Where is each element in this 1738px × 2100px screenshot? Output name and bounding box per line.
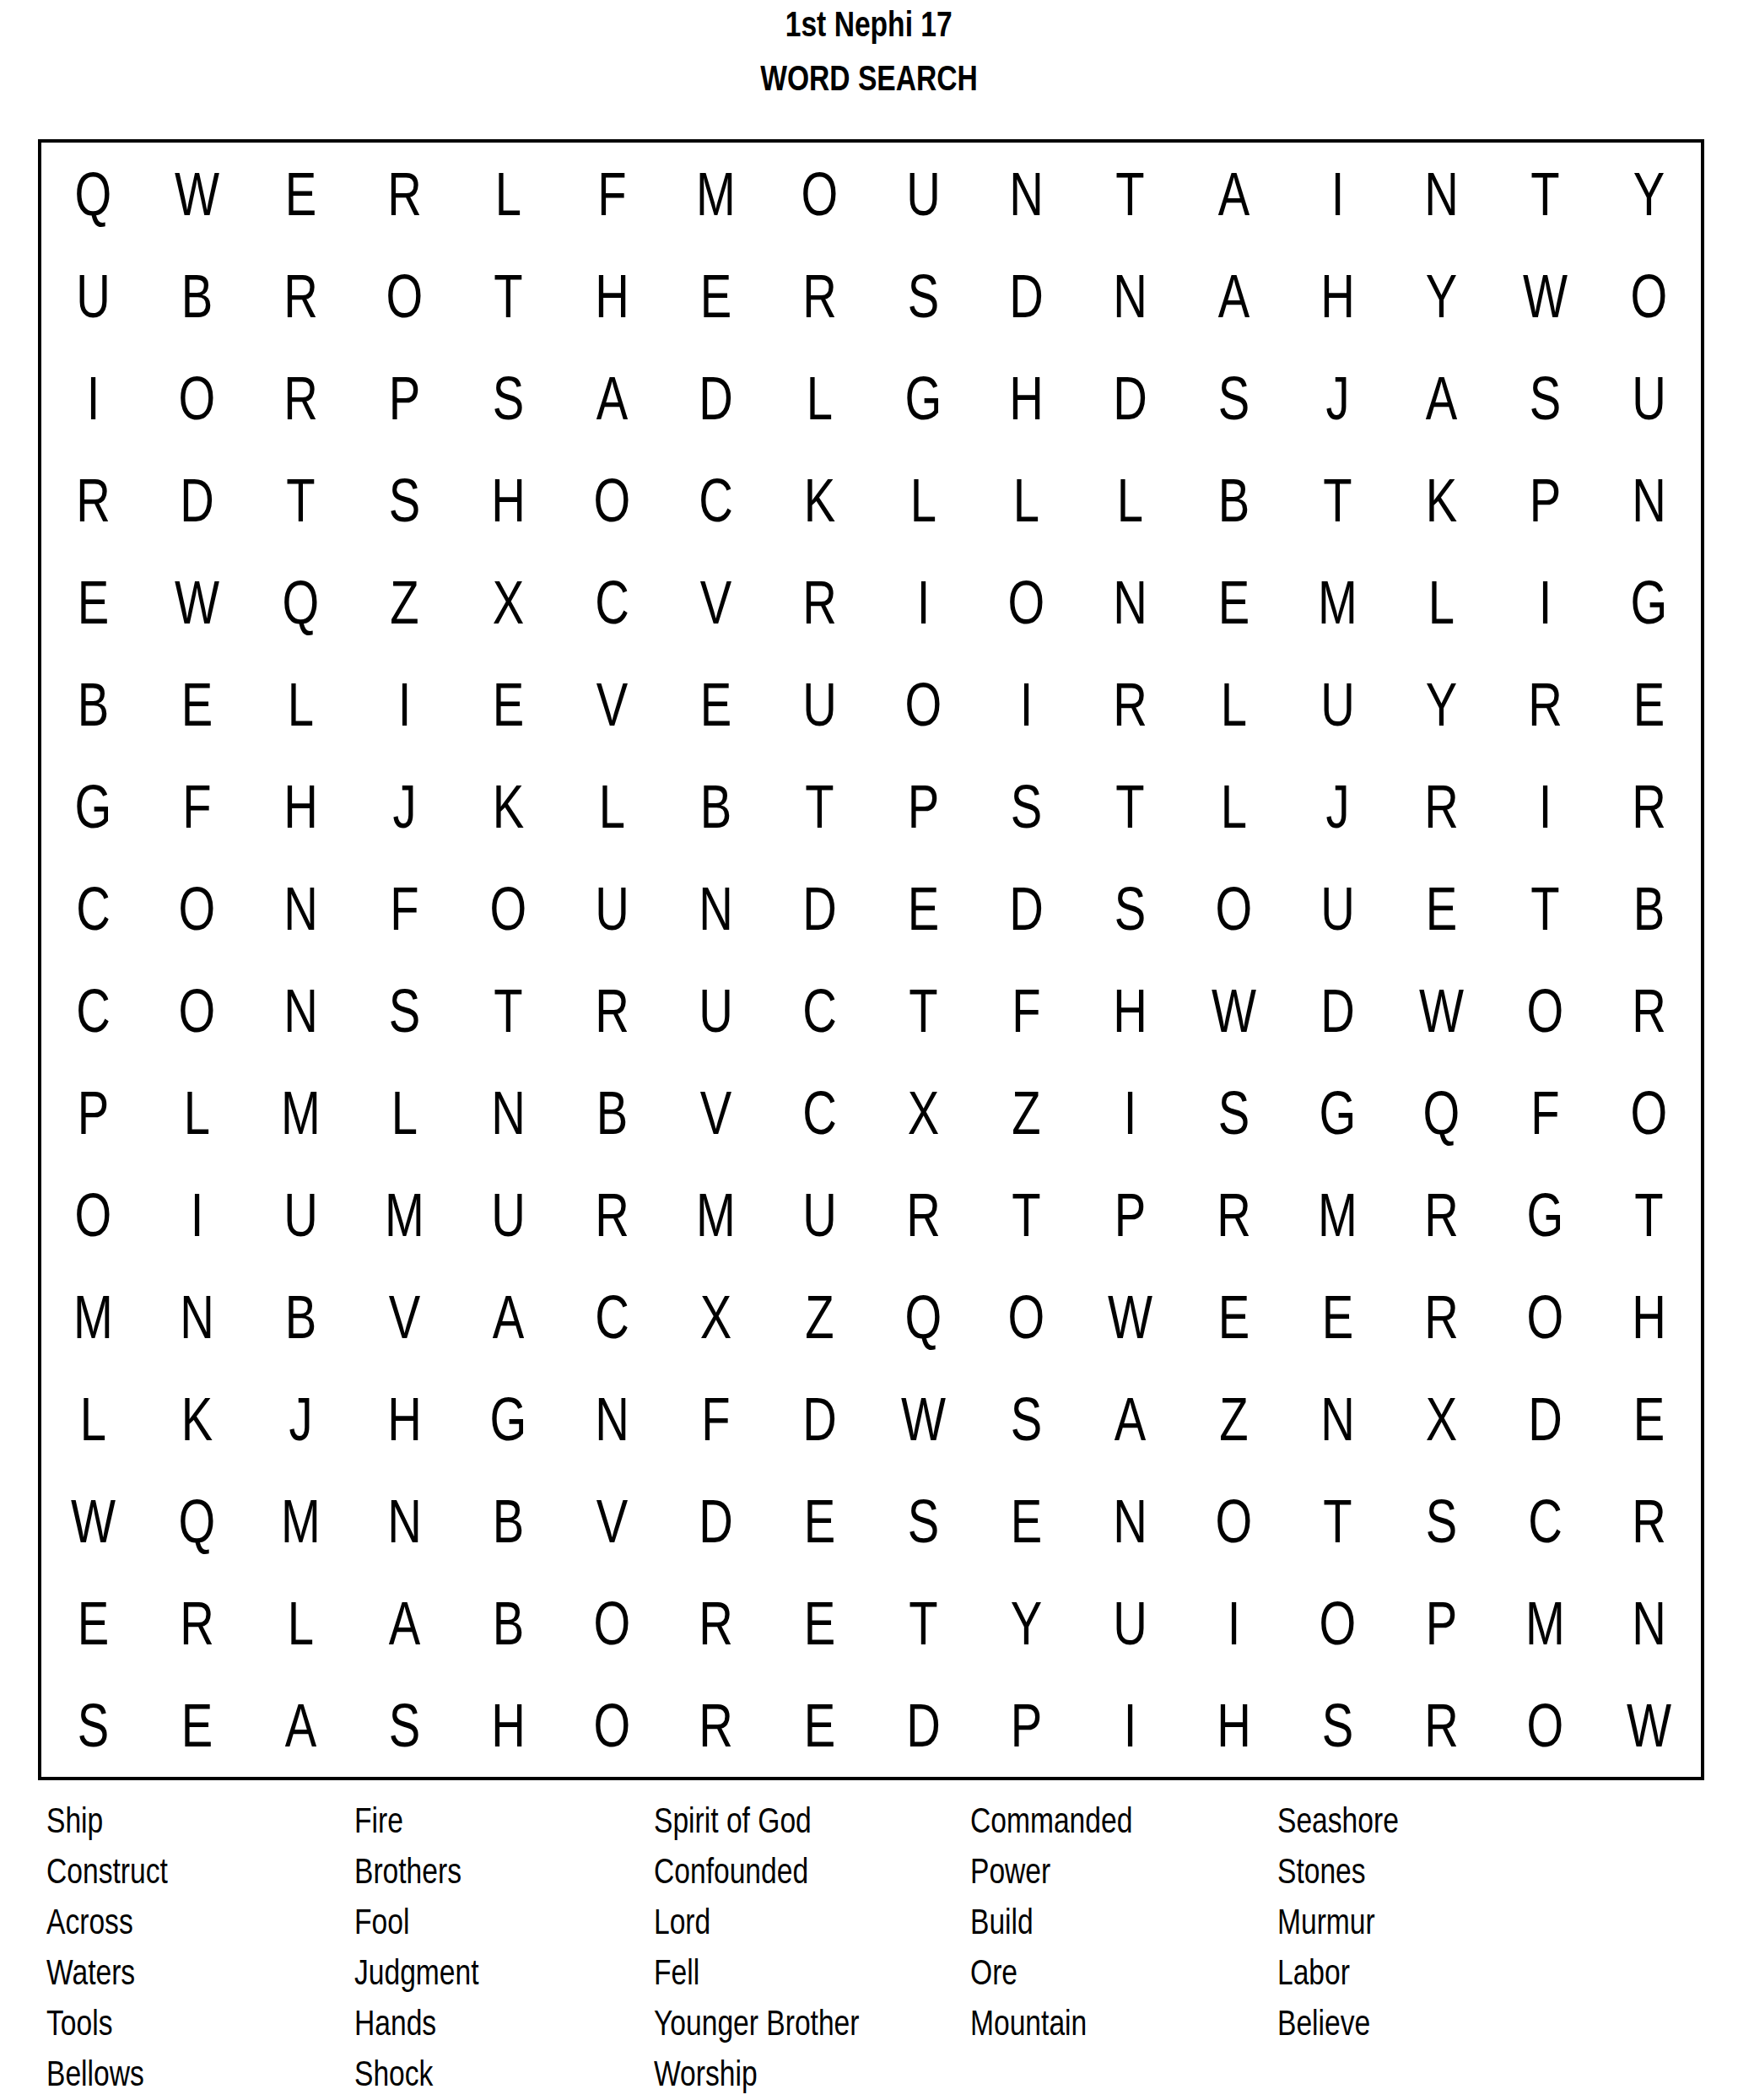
grid-cell-r2c13[interactable]: H bbox=[1298, 245, 1379, 347]
grid-cell-r5c2[interactable]: W bbox=[156, 551, 237, 653]
grid-cell-r16c2[interactable]: E bbox=[156, 1675, 237, 1777]
grid-cell-r12c7[interactable]: X bbox=[675, 1266, 756, 1369]
grid-cell-r5c9[interactable]: I bbox=[882, 551, 963, 653]
grid-cell-r2c6[interactable]: H bbox=[571, 245, 652, 347]
grid-cell-r14c8[interactable]: E bbox=[779, 1471, 860, 1573]
grid-cell-r2c10[interactable]: D bbox=[986, 245, 1067, 347]
grid-cell-r1c8[interactable]: O bbox=[779, 143, 860, 245]
grid-cell-r13c4[interactable]: H bbox=[364, 1369, 445, 1471]
grid-cell-r13c16[interactable]: E bbox=[1609, 1369, 1690, 1471]
grid-cell-r12c4[interactable]: V bbox=[364, 1266, 445, 1369]
grid-cell-r6c7[interactable]: E bbox=[675, 653, 756, 755]
grid-cell-r7c7[interactable]: B bbox=[675, 755, 756, 857]
grid-cell-r3c6[interactable]: A bbox=[571, 347, 652, 449]
grid-cell-r12c15[interactable]: O bbox=[1505, 1266, 1586, 1369]
grid-cell-r13c13[interactable]: N bbox=[1298, 1369, 1379, 1471]
grid-cell-r2c8[interactable]: R bbox=[779, 245, 860, 347]
grid-cell-r4c14[interactable]: K bbox=[1401, 449, 1482, 551]
grid-cell-r9c5[interactable]: T bbox=[467, 960, 548, 1062]
grid-cell-r6c11[interactable]: R bbox=[1090, 653, 1171, 755]
grid-cell-r14c15[interactable]: C bbox=[1505, 1471, 1586, 1573]
word-item: Power bbox=[970, 1846, 1216, 1897]
grid-cell-r7c15[interactable]: I bbox=[1505, 755, 1586, 857]
grid-cell-r15c15[interactable]: M bbox=[1505, 1573, 1586, 1675]
grid-cell-r10c7[interactable]: V bbox=[675, 1062, 756, 1164]
grid-cell-r1c10[interactable]: N bbox=[986, 143, 1067, 245]
grid-cell-r11c2[interactable]: I bbox=[156, 1164, 237, 1266]
grid-cell-r9c15[interactable]: O bbox=[1505, 960, 1586, 1062]
grid-cell-r5c6[interactable]: C bbox=[571, 551, 652, 653]
grid-cell-r14c1[interactable]: W bbox=[53, 1471, 134, 1573]
word-item: Tools bbox=[46, 1998, 293, 2049]
grid-cell-r8c14[interactable]: E bbox=[1401, 857, 1482, 959]
grid-cell-r13c15[interactable]: D bbox=[1505, 1369, 1586, 1471]
grid-cell-r16c7[interactable]: R bbox=[675, 1675, 756, 1777]
word-item: Across bbox=[46, 1897, 293, 1947]
grid-cell-r6c3[interactable]: L bbox=[260, 653, 341, 755]
grid-cell-r16c8[interactable]: E bbox=[779, 1675, 860, 1777]
grid-cell-r3c9[interactable]: G bbox=[882, 347, 963, 449]
grid-cell-r4c5[interactable]: H bbox=[467, 449, 548, 551]
grid-cell-r3c15[interactable]: S bbox=[1505, 347, 1586, 449]
grid-cell-r6c4[interactable]: I bbox=[364, 653, 445, 755]
grid-cell-r3c7[interactable]: D bbox=[675, 347, 756, 449]
word-item: Younger Brother bbox=[654, 1998, 907, 2049]
grid-cell-r6c2[interactable]: E bbox=[156, 653, 237, 755]
grid-cell-r15c16[interactable]: N bbox=[1609, 1573, 1690, 1675]
grid-cell-r7c12[interactable]: L bbox=[1194, 755, 1275, 857]
grid-cell-r1c5[interactable]: L bbox=[467, 143, 548, 245]
grid-cell-r14c12[interactable]: O bbox=[1194, 1471, 1275, 1573]
grid-cell-r16c15[interactable]: O bbox=[1505, 1675, 1586, 1777]
grid-cell-r14c4[interactable]: N bbox=[364, 1471, 445, 1573]
word-list: ShipConstructAcrossWatersToolsBellowsFir… bbox=[0, 1795, 1738, 2099]
grid-cell-r5c15[interactable]: I bbox=[1505, 551, 1586, 653]
grid-cell-r10c9[interactable]: X bbox=[882, 1062, 963, 1164]
grid-cell-r11c9[interactable]: R bbox=[882, 1164, 963, 1266]
grid-cell-r10c16[interactable]: O bbox=[1609, 1062, 1690, 1164]
grid-cell-r2c4[interactable]: O bbox=[364, 245, 445, 347]
grid-cell-r7c1[interactable]: G bbox=[53, 755, 134, 857]
grid-cell-r5c12[interactable]: E bbox=[1194, 551, 1275, 653]
grid-cell-r14c14[interactable]: S bbox=[1401, 1471, 1482, 1573]
grid-cell-r2c3[interactable]: R bbox=[260, 245, 341, 347]
grid-cell-r2c15[interactable]: W bbox=[1505, 245, 1586, 347]
grid-cell-r1c6[interactable]: F bbox=[571, 143, 652, 245]
grid-cell-r8c13[interactable]: U bbox=[1298, 857, 1379, 959]
grid-cell-r1c3[interactable]: E bbox=[260, 143, 341, 245]
grid-cell-r4c10[interactable]: L bbox=[986, 449, 1067, 551]
grid-cell-r6c5[interactable]: E bbox=[467, 653, 548, 755]
grid-cell-r3c4[interactable]: P bbox=[364, 347, 445, 449]
grid-cell-r3c2[interactable]: O bbox=[156, 347, 237, 449]
word-item: Build bbox=[970, 1897, 1216, 1947]
grid-cell-r11c11[interactable]: P bbox=[1090, 1164, 1171, 1266]
grid-cell-r13c5[interactable]: G bbox=[467, 1369, 548, 1471]
grid-cell-r8c11[interactable]: S bbox=[1090, 857, 1171, 959]
grid-cell-r11c15[interactable]: G bbox=[1505, 1164, 1586, 1266]
word-item: Lord bbox=[654, 1897, 907, 1947]
grid-cell-r13c3[interactable]: J bbox=[260, 1369, 341, 1471]
grid-cell-r8c16[interactable]: B bbox=[1609, 857, 1690, 959]
grid-cell-r16c4[interactable]: S bbox=[364, 1675, 445, 1777]
grid-cell-r12c1[interactable]: M bbox=[53, 1266, 134, 1369]
grid-cell-r1c13[interactable]: I bbox=[1298, 143, 1379, 245]
grid-cell-r7c16[interactable]: R bbox=[1609, 755, 1690, 857]
grid-cell-r6c14[interactable]: Y bbox=[1401, 653, 1482, 755]
grid-cell-r10c6[interactable]: B bbox=[571, 1062, 652, 1164]
grid-cell-r15c5[interactable]: B bbox=[467, 1573, 548, 1675]
grid-cell-r11c12[interactable]: R bbox=[1194, 1164, 1275, 1266]
word-search-page: { "game": "word-search", "header": { "ti… bbox=[0, 0, 1738, 2100]
grid-cell-r8c3[interactable]: N bbox=[260, 857, 341, 959]
word-item: Shock bbox=[354, 2049, 594, 2099]
grid-cell-r15c10[interactable]: Y bbox=[986, 1573, 1067, 1675]
word-item: Seashore bbox=[1277, 1795, 1646, 1846]
grid-cell-r5c13[interactable]: M bbox=[1298, 551, 1379, 653]
grid-cell-r3c1[interactable]: I bbox=[53, 347, 134, 449]
grid-cell-r16c12[interactable]: H bbox=[1194, 1675, 1275, 1777]
grid-cell-r4c8[interactable]: K bbox=[779, 449, 860, 551]
grid-cell-r10c11[interactable]: I bbox=[1090, 1062, 1171, 1164]
grid-cell-r9c1[interactable]: C bbox=[53, 960, 134, 1062]
grid-cell-r8c9[interactable]: E bbox=[882, 857, 963, 959]
grid-cell-r13c9[interactable]: W bbox=[882, 1369, 963, 1471]
word-item: Construct bbox=[46, 1846, 293, 1897]
grid-cell-r11c10[interactable]: T bbox=[986, 1164, 1067, 1266]
grid-cell-r9c12[interactable]: W bbox=[1194, 960, 1275, 1062]
grid-cell-r12c14[interactable]: R bbox=[1401, 1266, 1482, 1369]
grid-cell-r10c4[interactable]: L bbox=[364, 1062, 445, 1164]
grid-cell-r7c4[interactable]: J bbox=[364, 755, 445, 857]
grid-cell-r4c16[interactable]: N bbox=[1609, 449, 1690, 551]
grid-cell-r15c2[interactable]: R bbox=[156, 1573, 237, 1675]
grid-cell-r15c4[interactable]: A bbox=[364, 1573, 445, 1675]
grid-cell-r6c13[interactable]: U bbox=[1298, 653, 1379, 755]
word-item: Fool bbox=[354, 1897, 594, 1947]
grid-cell-r11c16[interactable]: T bbox=[1609, 1164, 1690, 1266]
grid-cell-r15c12[interactable]: I bbox=[1194, 1573, 1275, 1675]
grid-cell-r10c8[interactable]: C bbox=[779, 1062, 860, 1164]
grid-cell-r11c1[interactable]: O bbox=[53, 1164, 134, 1266]
grid-cell-r6c12[interactable]: L bbox=[1194, 653, 1275, 755]
grid-cell-r9c9[interactable]: T bbox=[882, 960, 963, 1062]
grid-cell-r5c3[interactable]: Q bbox=[260, 551, 341, 653]
grid-cell-r7c3[interactable]: H bbox=[260, 755, 341, 857]
grid-cell-r12c2[interactable]: N bbox=[156, 1266, 237, 1369]
grid-cell-r3c11[interactable]: D bbox=[1090, 347, 1171, 449]
grid-cell-r13c1[interactable]: L bbox=[53, 1369, 134, 1471]
grid-cell-r9c11[interactable]: H bbox=[1090, 960, 1171, 1062]
grid-cell-r4c3[interactable]: T bbox=[260, 449, 341, 551]
grid-cell-r9c4[interactable]: S bbox=[364, 960, 445, 1062]
grid-cell-r3c3[interactable]: R bbox=[260, 347, 341, 449]
grid-cell-r14c6[interactable]: V bbox=[571, 1471, 652, 1573]
grid-cell-r3c10[interactable]: H bbox=[986, 347, 1067, 449]
word-item: Believe bbox=[1277, 1998, 1646, 2049]
grid-cell-r8c6[interactable]: U bbox=[571, 857, 652, 959]
grid-cell-r2c1[interactable]: U bbox=[53, 245, 134, 347]
grid-cell-r3c5[interactable]: S bbox=[467, 347, 548, 449]
grid-cell-r4c12[interactable]: B bbox=[1194, 449, 1275, 551]
grid-cell-r11c14[interactable]: R bbox=[1401, 1164, 1482, 1266]
grid-cell-r4c6[interactable]: O bbox=[571, 449, 652, 551]
grid-cell-r15c1[interactable]: E bbox=[53, 1573, 134, 1675]
grid-cell-r16c16[interactable]: W bbox=[1609, 1675, 1690, 1777]
grid-cell-r16c5[interactable]: H bbox=[467, 1675, 548, 1777]
grid-cell-r11c7[interactable]: M bbox=[675, 1164, 756, 1266]
word-list-column-4: CommandedPowerBuildOreMountain bbox=[970, 1795, 1277, 2099]
grid-cell-r8c7[interactable]: N bbox=[675, 857, 756, 959]
grid-cell-r9c3[interactable]: N bbox=[260, 960, 341, 1062]
grid-cell-r13c12[interactable]: Z bbox=[1194, 1369, 1275, 1471]
grid-cell-r2c9[interactable]: S bbox=[882, 245, 963, 347]
grid-cell-r10c10[interactable]: Z bbox=[986, 1062, 1067, 1164]
grid-cell-r12c6[interactable]: C bbox=[571, 1266, 652, 1369]
word-list-column-5: SeashoreStonesMurmurLaborBelieve bbox=[1277, 1795, 1738, 2099]
grid-cell-r1c14[interactable]: N bbox=[1401, 143, 1482, 245]
grid-cell-r16c9[interactable]: D bbox=[882, 1675, 963, 1777]
grid-cell-r9c13[interactable]: D bbox=[1298, 960, 1379, 1062]
grid-cell-r13c6[interactable]: N bbox=[571, 1369, 652, 1471]
word-item: Fell bbox=[654, 1947, 907, 1998]
page-title-text: 1st Nephi 17 bbox=[785, 5, 953, 44]
grid-cell-r7c6[interactable]: L bbox=[571, 755, 652, 857]
puzzle-grid-frame: QWERLFMOUNTAINTYUBROTHERSDNAHYWOIORPSADL… bbox=[38, 139, 1704, 1780]
word-list-column-1: ShipConstructAcrossWatersToolsBellows bbox=[46, 1795, 354, 2099]
grid-cell-r13c11[interactable]: A bbox=[1090, 1369, 1171, 1471]
grid-cell-r13c7[interactable]: F bbox=[675, 1369, 756, 1471]
grid-cell-r6c16[interactable]: E bbox=[1609, 653, 1690, 755]
grid-cell-r16c13[interactable]: S bbox=[1298, 1675, 1379, 1777]
grid-cell-r8c1[interactable]: C bbox=[53, 857, 134, 959]
grid-cell-r1c11[interactable]: T bbox=[1090, 143, 1171, 245]
grid-cell-r1c4[interactable]: R bbox=[364, 143, 445, 245]
grid-cell-r7c9[interactable]: P bbox=[882, 755, 963, 857]
page-title: 1st Nephi 17 bbox=[0, 5, 1738, 44]
grid-cell-r15c8[interactable]: E bbox=[779, 1573, 860, 1675]
grid-cell-r2c2[interactable]: B bbox=[156, 245, 237, 347]
grid-cell-r6c10[interactable]: I bbox=[986, 653, 1067, 755]
grid-cell-r1c16[interactable]: Y bbox=[1609, 143, 1690, 245]
page-subtitle: WORD SEARCH bbox=[0, 59, 1738, 98]
grid-cell-r12c8[interactable]: Z bbox=[779, 1266, 860, 1369]
grid-cell-r12c11[interactable]: W bbox=[1090, 1266, 1171, 1369]
grid-cell-r3c14[interactable]: A bbox=[1401, 347, 1482, 449]
grid-cell-r10c5[interactable]: N bbox=[467, 1062, 548, 1164]
grid-cell-r15c14[interactable]: P bbox=[1401, 1573, 1482, 1675]
word-list-column-3: Spirit of GodConfoundedLordFellYounger B… bbox=[654, 1795, 970, 2099]
grid-cell-r15c3[interactable]: L bbox=[260, 1573, 341, 1675]
grid-cell-r13c8[interactable]: D bbox=[779, 1369, 860, 1471]
grid-cell-r1c9[interactable]: U bbox=[882, 143, 963, 245]
grid-cell-r11c8[interactable]: U bbox=[779, 1164, 860, 1266]
grid-cell-r6c1[interactable]: B bbox=[53, 653, 134, 755]
grid-cell-r8c2[interactable]: O bbox=[156, 857, 237, 959]
grid-cell-r5c5[interactable]: X bbox=[467, 551, 548, 653]
grid-cell-r5c1[interactable]: E bbox=[53, 551, 134, 653]
grid-cell-r5c4[interactable]: Z bbox=[364, 551, 445, 653]
grid-cell-r16c6[interactable]: O bbox=[571, 1675, 652, 1777]
grid-cell-r12c5[interactable]: A bbox=[467, 1266, 548, 1369]
grid-cell-r13c2[interactable]: K bbox=[156, 1369, 237, 1471]
grid-cell-r13c14[interactable]: X bbox=[1401, 1369, 1482, 1471]
word-item: Brothers bbox=[354, 1846, 594, 1897]
grid-cell-r6c9[interactable]: O bbox=[882, 653, 963, 755]
word-item: Bellows bbox=[46, 2049, 293, 2099]
grid-cell-r6c8[interactable]: U bbox=[779, 653, 860, 755]
grid-cell-r7c10[interactable]: S bbox=[986, 755, 1067, 857]
grid-cell-r11c4[interactable]: M bbox=[364, 1164, 445, 1266]
grid-cell-r3c8[interactable]: L bbox=[779, 347, 860, 449]
word-item: Stones bbox=[1277, 1846, 1646, 1897]
grid-cell-r14c7[interactable]: D bbox=[675, 1471, 756, 1573]
grid-cell-r2c7[interactable]: E bbox=[675, 245, 756, 347]
grid-cell-r1c7[interactable]: M bbox=[675, 143, 756, 245]
grid-cell-r9c7[interactable]: U bbox=[675, 960, 756, 1062]
grid-cell-r11c3[interactable]: U bbox=[260, 1164, 341, 1266]
word-item: Spirit of God bbox=[654, 1795, 907, 1846]
grid-cell-r16c3[interactable]: A bbox=[260, 1675, 341, 1777]
letter-grid: QWERLFMOUNTAINTYUBROTHERSDNAHYWOIORPSADL… bbox=[41, 143, 1701, 1777]
grid-cell-r4c4[interactable]: S bbox=[364, 449, 445, 551]
word-item: Ship bbox=[46, 1795, 293, 1846]
word-item: Worship bbox=[654, 2049, 907, 2099]
grid-cell-r12c13[interactable]: E bbox=[1298, 1266, 1379, 1369]
grid-cell-r5c11[interactable]: N bbox=[1090, 551, 1171, 653]
grid-cell-r5c7[interactable]: V bbox=[675, 551, 756, 653]
grid-cell-r14c3[interactable]: M bbox=[260, 1471, 341, 1573]
word-list-column-2: FireBrothersFoolJudgmentHandsShock bbox=[354, 1795, 654, 2099]
grid-cell-r4c15[interactable]: P bbox=[1505, 449, 1586, 551]
word-item: Labor bbox=[1277, 1947, 1646, 1998]
word-item: Judgment bbox=[354, 1947, 594, 1998]
grid-cell-r10c13[interactable]: G bbox=[1298, 1062, 1379, 1164]
grid-cell-r15c9[interactable]: T bbox=[882, 1573, 963, 1675]
grid-cell-r10c12[interactable]: S bbox=[1194, 1062, 1275, 1164]
grid-cell-r4c9[interactable]: L bbox=[882, 449, 963, 551]
grid-cell-r16c10[interactable]: P bbox=[986, 1675, 1067, 1777]
grid-cell-r5c16[interactable]: G bbox=[1609, 551, 1690, 653]
grid-cell-r1c12[interactable]: A bbox=[1194, 143, 1275, 245]
grid-cell-r8c5[interactable]: O bbox=[467, 857, 548, 959]
grid-cell-r2c5[interactable]: T bbox=[467, 245, 548, 347]
word-item: Ore bbox=[970, 1947, 1216, 1998]
grid-cell-r10c2[interactable]: L bbox=[156, 1062, 237, 1164]
grid-cell-r12c12[interactable]: E bbox=[1194, 1266, 1275, 1369]
grid-cell-r9c6[interactable]: R bbox=[571, 960, 652, 1062]
grid-cell-r10c14[interactable]: Q bbox=[1401, 1062, 1482, 1164]
word-item: Mountain bbox=[970, 1998, 1216, 2049]
grid-cell-r12c16[interactable]: H bbox=[1609, 1266, 1690, 1369]
word-item: Waters bbox=[46, 1947, 293, 1998]
grid-cell-r12c3[interactable]: B bbox=[260, 1266, 341, 1369]
grid-cell-r9c10[interactable]: F bbox=[986, 960, 1067, 1062]
grid-cell-r9c2[interactable]: O bbox=[156, 960, 237, 1062]
word-item: Fire bbox=[354, 1795, 594, 1846]
grid-cell-r4c11[interactable]: L bbox=[1090, 449, 1171, 551]
grid-cell-r4c2[interactable]: D bbox=[156, 449, 237, 551]
grid-cell-r8c15[interactable]: T bbox=[1505, 857, 1586, 959]
grid-cell-r8c12[interactable]: O bbox=[1194, 857, 1275, 959]
grid-cell-r10c1[interactable]: P bbox=[53, 1062, 134, 1164]
word-item: Confounded bbox=[654, 1846, 907, 1897]
grid-cell-r7c11[interactable]: T bbox=[1090, 755, 1171, 857]
grid-cell-r12c9[interactable]: Q bbox=[882, 1266, 963, 1369]
grid-cell-r4c1[interactable]: R bbox=[53, 449, 134, 551]
grid-cell-r5c8[interactable]: R bbox=[779, 551, 860, 653]
grid-cell-r14c5[interactable]: B bbox=[467, 1471, 548, 1573]
grid-cell-r6c6[interactable]: V bbox=[571, 653, 652, 755]
grid-cell-r14c13[interactable]: T bbox=[1298, 1471, 1379, 1573]
grid-cell-r5c14[interactable]: L bbox=[1401, 551, 1482, 653]
grid-cell-r6c15[interactable]: R bbox=[1505, 653, 1586, 755]
grid-cell-r12c10[interactable]: O bbox=[986, 1266, 1067, 1369]
word-item: Hands bbox=[354, 1998, 594, 2049]
grid-cell-r16c1[interactable]: S bbox=[53, 1675, 134, 1777]
grid-cell-r11c5[interactable]: U bbox=[467, 1164, 548, 1266]
grid-cell-r15c13[interactable]: O bbox=[1298, 1573, 1379, 1675]
grid-cell-r7c2[interactable]: F bbox=[156, 755, 237, 857]
grid-cell-r1c1[interactable]: Q bbox=[53, 143, 134, 245]
word-item: Murmur bbox=[1277, 1897, 1646, 1947]
grid-cell-r2c16[interactable]: O bbox=[1609, 245, 1690, 347]
grid-cell-r16c14[interactable]: R bbox=[1401, 1675, 1482, 1777]
grid-cell-r14c10[interactable]: E bbox=[986, 1471, 1067, 1573]
grid-cell-r15c11[interactable]: U bbox=[1090, 1573, 1171, 1675]
grid-cell-r4c7[interactable]: C bbox=[675, 449, 756, 551]
word-item: Commanded bbox=[970, 1795, 1216, 1846]
grid-cell-r15c7[interactable]: R bbox=[675, 1573, 756, 1675]
grid-cell-r14c2[interactable]: Q bbox=[156, 1471, 237, 1573]
grid-cell-r14c16[interactable]: R bbox=[1609, 1471, 1690, 1573]
grid-cell-r10c15[interactable]: F bbox=[1505, 1062, 1586, 1164]
grid-cell-r1c2[interactable]: W bbox=[156, 143, 237, 245]
grid-cell-r4c13[interactable]: T bbox=[1298, 449, 1379, 551]
grid-cell-r7c14[interactable]: R bbox=[1401, 755, 1482, 857]
grid-cell-r11c6[interactable]: R bbox=[571, 1164, 652, 1266]
grid-cell-r7c5[interactable]: K bbox=[467, 755, 548, 857]
grid-cell-r7c13[interactable]: J bbox=[1298, 755, 1379, 857]
grid-cell-r5c10[interactable]: O bbox=[986, 551, 1067, 653]
grid-cell-r14c11[interactable]: N bbox=[1090, 1471, 1171, 1573]
grid-cell-r3c16[interactable]: U bbox=[1609, 347, 1690, 449]
grid-cell-r10c3[interactable]: M bbox=[260, 1062, 341, 1164]
grid-cell-r2c14[interactable]: Y bbox=[1401, 245, 1482, 347]
grid-cell-r8c10[interactable]: D bbox=[986, 857, 1067, 959]
grid-cell-r15c6[interactable]: O bbox=[571, 1573, 652, 1675]
grid-cell-r9c14[interactable]: W bbox=[1401, 960, 1482, 1062]
grid-cell-r9c8[interactable]: C bbox=[779, 960, 860, 1062]
grid-cell-r8c8[interactable]: D bbox=[779, 857, 860, 959]
grid-cell-r2c12[interactable]: A bbox=[1194, 245, 1275, 347]
grid-cell-r16c11[interactable]: I bbox=[1090, 1675, 1171, 1777]
grid-cell-r11c13[interactable]: M bbox=[1298, 1164, 1379, 1266]
grid-cell-r2c11[interactable]: N bbox=[1090, 245, 1171, 347]
grid-cell-r14c9[interactable]: S bbox=[882, 1471, 963, 1573]
grid-cell-r7c8[interactable]: T bbox=[779, 755, 860, 857]
grid-cell-r3c12[interactable]: S bbox=[1194, 347, 1275, 449]
grid-cell-r1c15[interactable]: T bbox=[1505, 143, 1586, 245]
grid-cell-r3c13[interactable]: J bbox=[1298, 347, 1379, 449]
grid-cell-r9c16[interactable]: R bbox=[1609, 960, 1690, 1062]
grid-cell-r13c10[interactable]: S bbox=[986, 1369, 1067, 1471]
page-subtitle-text: WORD SEARCH bbox=[760, 59, 978, 98]
header: 1st Nephi 17 WORD SEARCH bbox=[0, 5, 1738, 98]
grid-cell-r8c4[interactable]: F bbox=[364, 857, 445, 959]
